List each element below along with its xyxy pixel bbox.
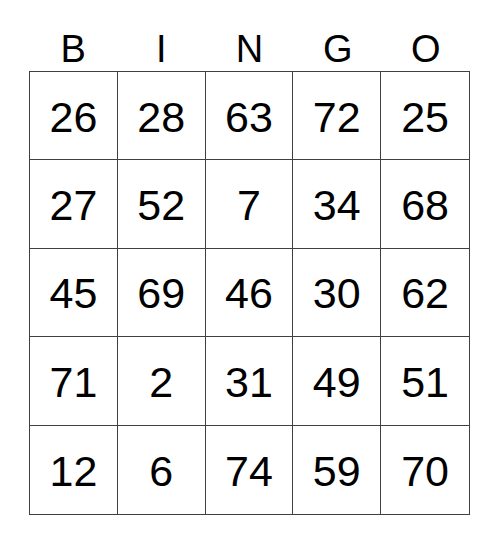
column-letter-g: G bbox=[294, 0, 382, 71]
bingo-cell-r3c2[interactable]: 69 bbox=[118, 249, 206, 337]
bingo-cell-r5c5[interactable]: 70 bbox=[381, 426, 469, 514]
bingo-cell-r4c1[interactable]: 71 bbox=[30, 337, 118, 425]
bingo-cell-r2c3[interactable]: 7 bbox=[206, 160, 294, 248]
bingo-cell-r1c3[interactable]: 63 bbox=[206, 72, 294, 160]
bingo-cell-r4c4[interactable]: 49 bbox=[293, 337, 381, 425]
bingo-cell-r5c1[interactable]: 12 bbox=[30, 426, 118, 514]
bingo-cell-r3c4[interactable]: 30 bbox=[293, 249, 381, 337]
column-letter-i: I bbox=[117, 0, 205, 71]
bingo-cell-r2c5[interactable]: 68 bbox=[381, 160, 469, 248]
column-letter-n: N bbox=[205, 0, 293, 71]
bingo-cell-r4c3[interactable]: 31 bbox=[206, 337, 294, 425]
bingo-cell-r3c1[interactable]: 45 bbox=[30, 249, 118, 337]
bingo-cell-r2c4[interactable]: 34 bbox=[293, 160, 381, 248]
bingo-cell-r2c2[interactable]: 52 bbox=[118, 160, 206, 248]
bingo-cell-r3c5[interactable]: 62 bbox=[381, 249, 469, 337]
bingo-cell-r5c3[interactable]: 74 bbox=[206, 426, 294, 514]
column-letter-o: O bbox=[382, 0, 470, 71]
bingo-cell-r5c2[interactable]: 6 bbox=[118, 426, 206, 514]
bingo-cell-r1c4[interactable]: 72 bbox=[293, 72, 381, 160]
bingo-cell-r2c1[interactable]: 27 bbox=[30, 160, 118, 248]
bingo-cell-r1c5[interactable]: 25 bbox=[381, 72, 469, 160]
bingo-cell-r4c5[interactable]: 51 bbox=[381, 337, 469, 425]
bingo-cell-r3c3[interactable]: 46 bbox=[206, 249, 294, 337]
column-letter-b: B bbox=[29, 0, 117, 71]
bingo-card: B I N G O 26 28 63 72 25 27 52 7 34 68 4… bbox=[29, 0, 470, 515]
bingo-cell-r1c1[interactable]: 26 bbox=[30, 72, 118, 160]
bingo-cell-r4c2[interactable]: 2 bbox=[118, 337, 206, 425]
bingo-cell-r1c2[interactable]: 28 bbox=[118, 72, 206, 160]
bingo-cell-r5c4[interactable]: 59 bbox=[293, 426, 381, 514]
bingo-header: B I N G O bbox=[29, 0, 470, 71]
bingo-grid: 26 28 63 72 25 27 52 7 34 68 45 69 46 30… bbox=[29, 71, 470, 515]
